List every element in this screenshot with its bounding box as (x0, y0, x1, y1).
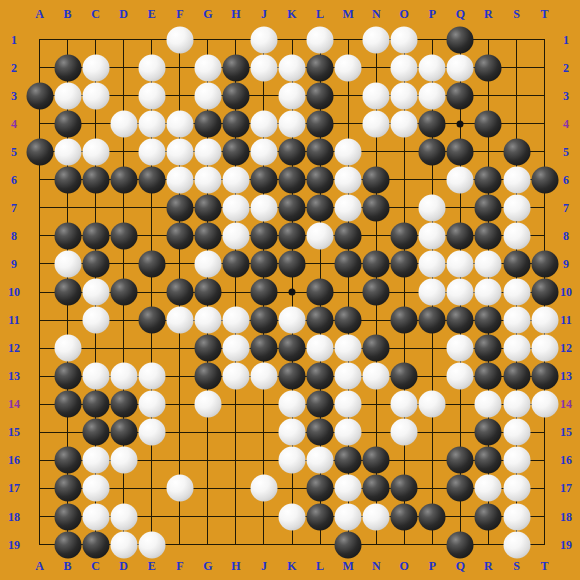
go-board: AABBCCDDEEFFGGHHJJKKLLMMNNOOPPQQRRSSTT11… (0, 0, 580, 580)
board-click-area[interactable] (0, 0, 580, 580)
